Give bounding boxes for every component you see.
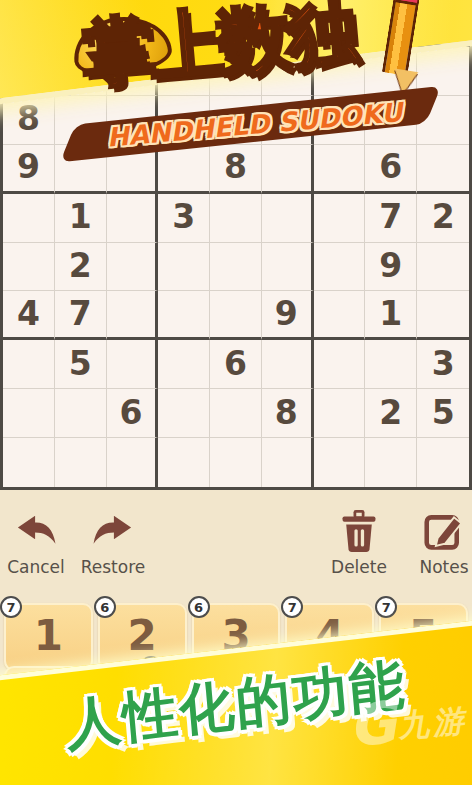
sudoku-cell-r5c8[interactable]: 9 (365, 243, 417, 292)
cancel-button[interactable]: Cancel (4, 514, 68, 577)
sudoku-cell-r7c8[interactable] (365, 340, 417, 389)
remaining-count-badge: 7 (375, 596, 397, 618)
sudoku-cell-r6c5[interactable] (210, 291, 262, 340)
pencil-icon (382, 0, 422, 76)
sudoku-cell-r9c2[interactable] (55, 438, 107, 487)
watermark-g-logo-icon: G (346, 693, 398, 755)
trash-icon (340, 510, 378, 552)
sudoku-cell-r7c3[interactable] (107, 340, 159, 389)
sudoku-cell-r4c7[interactable] (314, 194, 366, 243)
notes-button[interactable]: Notes (418, 510, 470, 577)
sudoku-cell-r5c5[interactable] (210, 243, 262, 292)
remaining-count-badge: 6 (94, 596, 116, 618)
sudoku-cell-r8c8[interactable]: 2 (365, 389, 417, 438)
sudoku-cell-r4c3[interactable] (107, 194, 159, 243)
sudoku-cell-r4c1[interactable] (3, 194, 55, 243)
sudoku-cell-r6c7[interactable] (314, 291, 366, 340)
sudoku-cell-r9c1[interactable] (3, 438, 55, 487)
sudoku-cell-r7c4[interactable] (158, 340, 210, 389)
sudoku-cell-r8c2[interactable] (55, 389, 107, 438)
sudoku-cell-r9c7[interactable] (314, 438, 366, 487)
sudoku-cell-r3c5[interactable]: 8 (210, 145, 262, 194)
app-screen: 8798613722947915636825 掌上数独 HANDHELD SUD… (0, 0, 472, 785)
sudoku-cell-r7c6[interactable] (262, 340, 314, 389)
notes-pencil-icon (424, 510, 464, 552)
sudoku-cell-r9c9[interactable] (417, 438, 469, 487)
sudoku-cell-r4c9[interactable]: 2 (417, 194, 469, 243)
sudoku-cell-r8c4[interactable] (158, 389, 210, 438)
keypad-key-1[interactable]: 71 (4, 603, 93, 671)
sudoku-cell-r9c4[interactable] (158, 438, 210, 487)
sudoku-cell-r6c4[interactable] (158, 291, 210, 340)
sudoku-cell-r7c1[interactable] (3, 340, 55, 389)
delete-label: Delete (331, 557, 387, 577)
undo-arrow-icon (13, 514, 59, 552)
sudoku-cell-r7c2[interactable]: 5 (55, 340, 107, 389)
sudoku-cell-r9c5[interactable] (210, 438, 262, 487)
sudoku-cell-r2c1[interactable]: 8 (3, 96, 55, 145)
sudoku-cell-r3c7[interactable] (314, 145, 366, 194)
sudoku-cell-r5c6[interactable] (262, 243, 314, 292)
remaining-count-badge: 7 (0, 596, 22, 618)
watermark-text: 九游 (397, 700, 470, 748)
sudoku-cell-r6c3[interactable] (107, 291, 159, 340)
sudoku-cell-r7c5[interactable]: 6 (210, 340, 262, 389)
sudoku-cell-r4c6[interactable] (262, 194, 314, 243)
sudoku-cell-r4c2[interactable]: 1 (55, 194, 107, 243)
sudoku-cell-r6c9[interactable] (417, 291, 469, 340)
sudoku-cell-r4c8[interactable]: 7 (365, 194, 417, 243)
sudoku-cell-r3c1[interactable]: 9 (3, 145, 55, 194)
sudoku-cell-r5c2[interactable]: 2 (55, 243, 107, 292)
sudoku-cell-r6c6[interactable]: 9 (262, 291, 314, 340)
nine-game-watermark: G 九游 (346, 687, 470, 755)
key-digit: 1 (34, 611, 63, 664)
sudoku-cell-r8c9[interactable]: 5 (417, 389, 469, 438)
sudoku-cell-r9c3[interactable] (107, 438, 159, 487)
sudoku-cell-r8c3[interactable]: 6 (107, 389, 159, 438)
notes-label: Notes (419, 557, 468, 577)
sudoku-cell-r8c5[interactable] (210, 389, 262, 438)
sudoku-cell-r8c1[interactable] (3, 389, 55, 438)
sudoku-cell-r5c7[interactable] (314, 243, 366, 292)
app-title-chinese: 掌上数独 (79, 0, 356, 90)
sudoku-cell-r8c6[interactable]: 8 (262, 389, 314, 438)
sudoku-cell-r9c8[interactable] (365, 438, 417, 487)
sudoku-cell-r5c4[interactable] (158, 243, 210, 292)
remaining-count-badge: 6 (188, 596, 210, 618)
cancel-label: Cancel (7, 557, 65, 577)
sudoku-cell-r6c1[interactable]: 4 (3, 291, 55, 340)
sudoku-cell-r6c2[interactable]: 7 (55, 291, 107, 340)
sudoku-cell-r3c9[interactable] (417, 145, 469, 194)
sudoku-cell-r9c6[interactable] (262, 438, 314, 487)
sudoku-cell-r4c4[interactable]: 3 (158, 194, 210, 243)
sudoku-cell-r3c6[interactable] (262, 145, 314, 194)
sudoku-cell-r4c5[interactable] (210, 194, 262, 243)
remaining-count-badge: 7 (281, 596, 303, 618)
sudoku-cell-r7c9[interactable]: 3 (417, 340, 469, 389)
sudoku-cell-r6c8[interactable]: 1 (365, 291, 417, 340)
sudoku-cell-r5c9[interactable] (417, 243, 469, 292)
sudoku-cell-r5c1[interactable] (3, 243, 55, 292)
restore-label: Restore (81, 557, 146, 577)
sudoku-cell-r8c7[interactable] (314, 389, 366, 438)
restore-button[interactable]: Restore (78, 514, 148, 577)
sudoku-cell-r3c8[interactable]: 6 (365, 145, 417, 194)
sudoku-cell-r5c3[interactable] (107, 243, 159, 292)
redo-arrow-icon (90, 514, 136, 552)
delete-button[interactable]: Delete (328, 510, 390, 577)
sudoku-cell-r7c7[interactable] (314, 340, 366, 389)
